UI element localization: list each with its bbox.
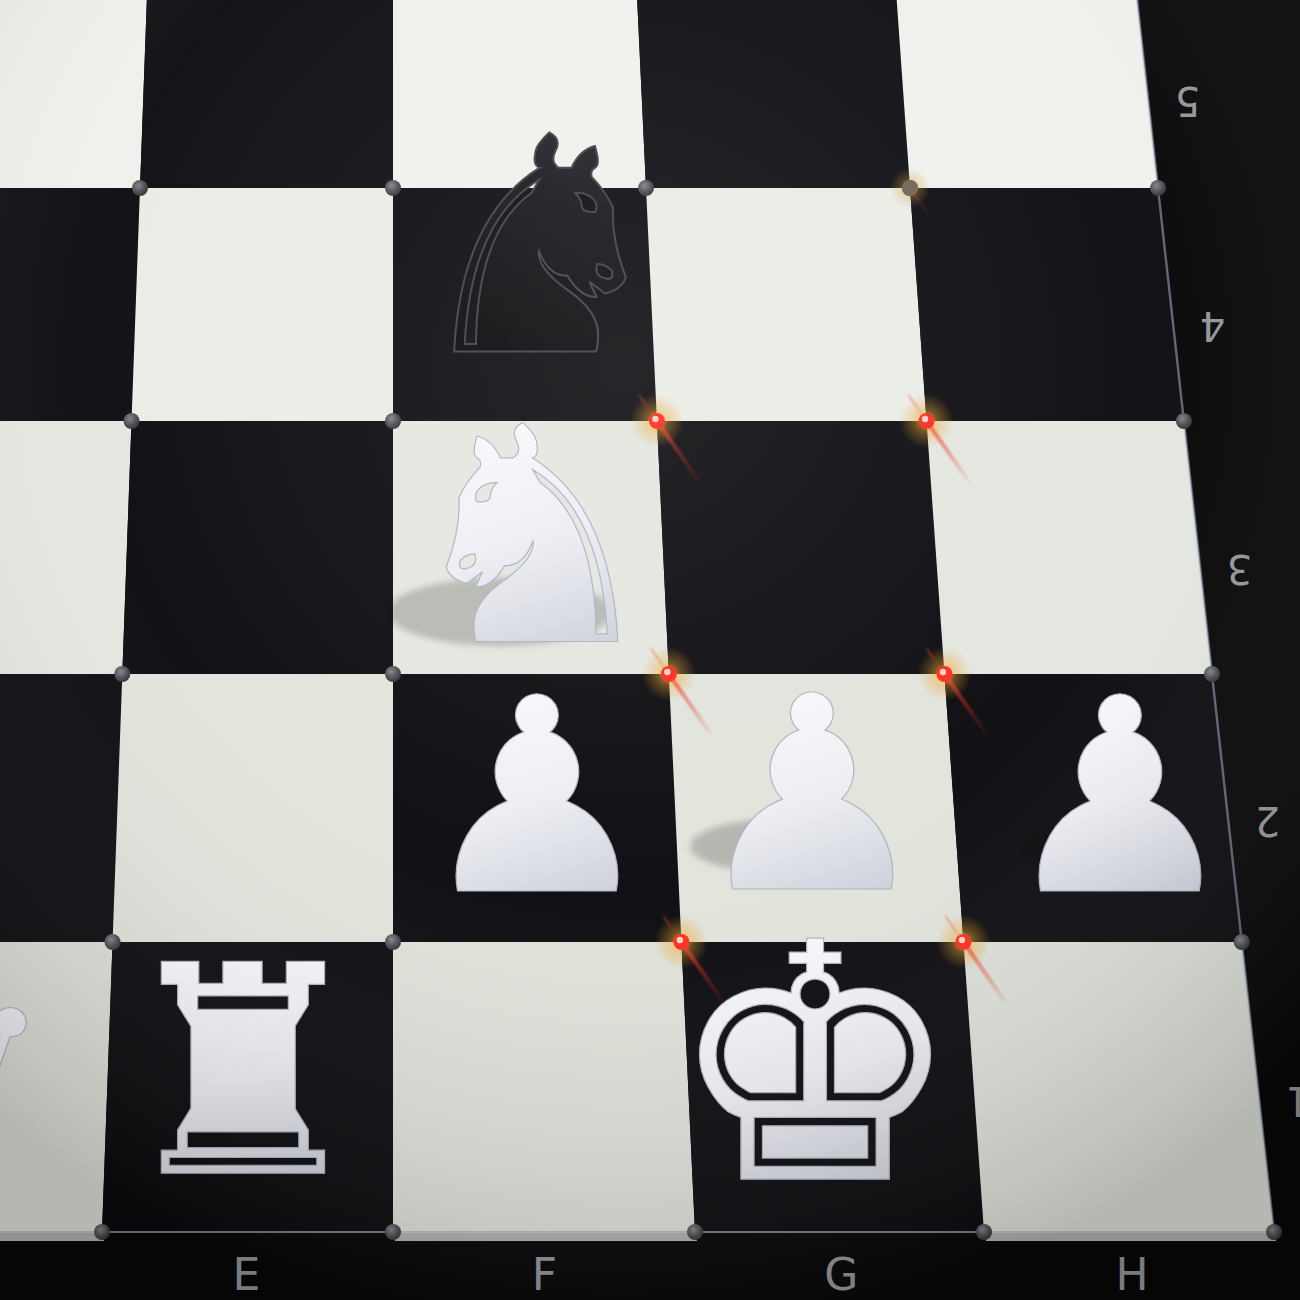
file-label-f: F [532, 1249, 558, 1300]
square-d4[interactable] [0, 188, 140, 421]
square-e3[interactable] [122, 421, 393, 674]
led-core [922, 416, 928, 422]
square-side-face [984, 1232, 1276, 1241]
square-d3[interactable] [0, 421, 132, 674]
corner-stud [124, 413, 140, 429]
piece-white-rook-e1[interactable]: ♜ [113, 904, 373, 1241]
piece-white-pawn-h2[interactable]: ♟ [999, 640, 1241, 955]
corner-stud [976, 1224, 992, 1240]
led-core [959, 937, 965, 943]
square-side-face [393, 1232, 697, 1241]
corner-stud [385, 1224, 401, 1240]
corner-stud [94, 1224, 110, 1240]
led-core [652, 416, 658, 422]
square-d5[interactable] [0, 0, 148, 188]
rank-label-4: 4 [1200, 303, 1225, 349]
square-h4[interactable] [910, 188, 1184, 421]
corner-stud [1176, 413, 1192, 429]
led-core [940, 669, 946, 675]
square-e5[interactable] [140, 0, 393, 188]
square-h3[interactable] [927, 421, 1212, 674]
piece-white-pawn-g2[interactable]: ♟ [691, 638, 933, 953]
square-e4[interactable] [132, 188, 393, 421]
file-label-e: E [232, 1249, 261, 1300]
file-label-h: H [1115, 1249, 1149, 1300]
square-d2[interactable] [0, 674, 122, 942]
piece-white-queen-d1[interactable]: ♛ [0, 909, 59, 1258]
file-label-g: G [824, 1249, 859, 1300]
rank-label-1: 1 [1286, 1078, 1300, 1124]
corner-stud [132, 180, 148, 196]
corner-stud [114, 666, 130, 682]
square-h5[interactable] [894, 0, 1158, 188]
led-core [677, 937, 683, 943]
rank-label-2: 2 [1255, 798, 1280, 844]
square-g4[interactable] [646, 188, 927, 421]
square-e2[interactable] [113, 674, 393, 942]
corner-stud [385, 180, 401, 196]
square-g5[interactable] [636, 0, 910, 188]
corner-stud [385, 934, 401, 950]
square-g3[interactable] [657, 421, 945, 674]
rank-label-5: 5 [1175, 78, 1200, 124]
square-h1[interactable] [963, 942, 1274, 1232]
rank-label-3: 3 [1227, 546, 1252, 592]
chessboard: ♛♜♚♟♟♟♞♞ EFGH54321 [0, 0, 1300, 1300]
piece-black-knight-f4[interactable]: ♞ [406, 74, 675, 423]
corner-stud [1150, 180, 1166, 196]
led-core [664, 669, 670, 675]
chessboard-photo: ♛♜♚♟♟♟♞♞ EFGH54321 [0, 0, 1300, 1300]
corner-stud [1266, 1224, 1282, 1240]
square-f1[interactable] [393, 942, 695, 1232]
